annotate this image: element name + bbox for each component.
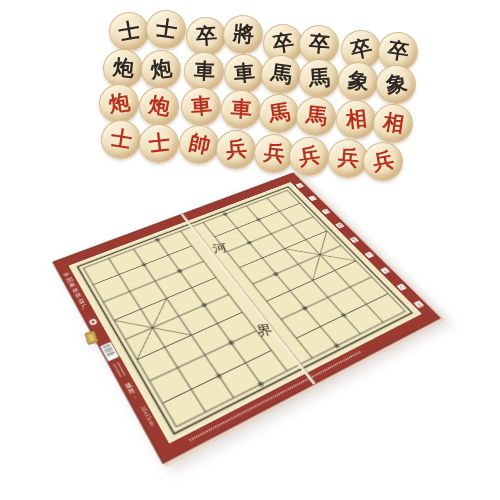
- xiangqi-piece-red-士[interactable]: 士: [139, 124, 179, 163]
- xiangqi-piece-black-車[interactable]: 車: [224, 54, 264, 93]
- piece-character: 相: [381, 112, 405, 136]
- piece-character: 車: [230, 98, 252, 120]
- xiangqi-board-svg[interactable]: 河 界 一二三四五六七八九 中国象棋棋盘厂 规格：35x13cm: [53, 173, 440, 463]
- xiangqi-piece-red-炮[interactable]: 炮: [139, 87, 179, 126]
- piece-character: 車: [233, 62, 256, 85]
- product-photo-stage: 河 界 一二三四五六七八九 中国象棋棋盘厂 规格：35x13cm: [0, 0, 500, 500]
- xiangqi-piece-black-炮[interactable]: 炮: [141, 50, 181, 89]
- piece-character: 卒: [349, 37, 374, 62]
- piece-character: 象: [346, 70, 369, 93]
- xiangqi-piece-red-馬[interactable]: 馬: [296, 97, 336, 136]
- xiangqi-piece-red-帥[interactable]: 帥: [179, 125, 219, 164]
- piece-character: 士: [154, 18, 178, 42]
- piece-character: 士: [109, 127, 133, 151]
- piece-character: 馬: [308, 67, 330, 89]
- piece-character: 象: [384, 72, 408, 96]
- xiangqi-piece-black-車[interactable]: 車: [184, 52, 224, 91]
- xiangqi-piece-red-兵[interactable]: 兵: [289, 137, 329, 176]
- piece-character: 馬: [269, 63, 293, 87]
- xiangqi-piece-black-士[interactable]: 士: [146, 10, 186, 49]
- piece-character: 卒: [195, 25, 217, 47]
- piece-character: 炮: [111, 57, 134, 80]
- piece-character: 炮: [147, 94, 171, 118]
- pieces-tray: 士士卒將卒卒卒卒炮炮車車馬馬象象炮炮車車馬馬相相士士帥兵兵兵兵兵: [0, 0, 500, 200]
- xiangqi-piece-red-士[interactable]: 士: [101, 120, 141, 159]
- piece-character: 士: [117, 19, 141, 43]
- xiangqi-piece-red-車[interactable]: 車: [221, 90, 261, 129]
- piece-character: 卒: [308, 33, 331, 56]
- piece-character: 卒: [386, 39, 410, 63]
- xiangqi-piece-black-卒[interactable]: 卒: [186, 17, 226, 56]
- xiangqi-piece-red-相[interactable]: 相: [336, 100, 376, 139]
- piece-character: 炮: [149, 58, 172, 81]
- xiangqi-piece-black-象[interactable]: 象: [376, 65, 416, 104]
- piece-character: 兵: [337, 147, 360, 170]
- xiangqi-board[interactable]: 河 界 一二三四五六七八九 中国象棋棋盘厂 规格：35x13cm: [53, 173, 440, 463]
- piece-character: 兵: [262, 142, 285, 165]
- piece-character: 兵: [297, 145, 321, 169]
- xiangqi-piece-black-士[interactable]: 士: [109, 12, 149, 51]
- xiangqi-piece-red-兵[interactable]: 兵: [328, 139, 368, 178]
- piece-character: 相: [344, 108, 367, 131]
- piece-character: 兵: [371, 149, 395, 173]
- piece-character: 車: [190, 95, 213, 118]
- board-surface: [69, 182, 422, 444]
- xiangqi-piece-black-炮[interactable]: 炮: [103, 49, 143, 88]
- piece-character: 將: [231, 23, 254, 46]
- xiangqi-piece-black-馬[interactable]: 馬: [299, 59, 339, 98]
- xiangqi-piece-red-兵[interactable]: 兵: [216, 130, 256, 169]
- xiangqi-piece-black-馬[interactable]: 馬: [261, 55, 301, 94]
- xiangqi-piece-black-象[interactable]: 象: [338, 62, 378, 101]
- piece-character: 炮: [107, 92, 131, 116]
- piece-character: 馬: [304, 105, 327, 128]
- xiangqi-piece-red-車[interactable]: 車: [181, 87, 221, 126]
- piece-character: 兵: [225, 138, 247, 160]
- xiangqi-piece-black-將[interactable]: 將: [223, 15, 263, 54]
- piece-character: 帥: [187, 132, 212, 157]
- piece-character: 車: [193, 60, 215, 82]
- xiangqi-piece-red-兵[interactable]: 兵: [254, 134, 294, 173]
- xiangqi-piece-red-炮[interactable]: 炮: [99, 84, 139, 123]
- piece-character: 士: [147, 132, 170, 155]
- xiangqi-piece-red-馬[interactable]: 馬: [259, 94, 299, 133]
- piece-character: 卒: [271, 32, 295, 56]
- piece-character: 馬: [267, 101, 291, 125]
- xiangqi-piece-red-兵[interactable]: 兵: [363, 142, 403, 181]
- xiangqi-piece-red-相[interactable]: 相: [373, 104, 413, 143]
